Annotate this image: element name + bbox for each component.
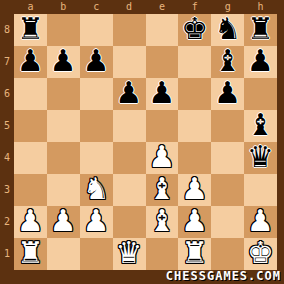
square-e8[interactable] bbox=[146, 14, 179, 46]
square-h8[interactable]: ♜ bbox=[244, 14, 277, 46]
square-g6[interactable]: ♟ bbox=[211, 78, 244, 110]
rank-labels: 87654321 bbox=[0, 14, 14, 270]
black-pawn: ♟ bbox=[214, 78, 241, 108]
square-a2[interactable]: ♟ bbox=[14, 206, 47, 238]
square-c3[interactable]: ♞ bbox=[80, 174, 113, 206]
square-a7[interactable]: ♟ bbox=[14, 46, 47, 78]
file-label-c: c bbox=[80, 0, 113, 14]
black-pawn: ♟ bbox=[116, 78, 143, 108]
black-bishop: ♝ bbox=[247, 110, 274, 140]
square-f4[interactable] bbox=[178, 142, 211, 174]
square-f2[interactable]: ♟ bbox=[178, 206, 211, 238]
rank-label-1: 1 bbox=[0, 238, 14, 270]
site-brand-label: CHESSGAMES.COM bbox=[166, 269, 281, 283]
white-pawn: ♟ bbox=[148, 142, 175, 172]
square-d2[interactable] bbox=[113, 206, 146, 238]
square-c1[interactable] bbox=[80, 238, 113, 270]
white-pawn: ♟ bbox=[50, 206, 77, 236]
square-c7[interactable]: ♟ bbox=[80, 46, 113, 78]
black-pawn: ♟ bbox=[247, 46, 274, 76]
square-b3[interactable] bbox=[47, 174, 80, 206]
square-c4[interactable] bbox=[80, 142, 113, 174]
square-f8[interactable]: ♚ bbox=[178, 14, 211, 46]
square-d4[interactable] bbox=[113, 142, 146, 174]
white-bishop: ♝ bbox=[148, 174, 175, 204]
white-bishop: ♝ bbox=[148, 206, 175, 236]
square-h7[interactable]: ♟ bbox=[244, 46, 277, 78]
square-d5[interactable] bbox=[113, 110, 146, 142]
square-e1[interactable] bbox=[146, 238, 179, 270]
square-h4[interactable]: ♛ bbox=[244, 142, 277, 174]
square-f7[interactable] bbox=[178, 46, 211, 78]
square-g2[interactable] bbox=[211, 206, 244, 238]
black-bishop: ♝ bbox=[214, 46, 241, 76]
black-pawn: ♟ bbox=[83, 46, 110, 76]
white-rook: ♜ bbox=[17, 238, 44, 268]
square-c8[interactable] bbox=[80, 14, 113, 46]
rank-label-5: 5 bbox=[0, 110, 14, 142]
black-queen: ♛ bbox=[247, 142, 274, 172]
square-a1[interactable]: ♜ bbox=[14, 238, 47, 270]
square-e4[interactable]: ♟ bbox=[146, 142, 179, 174]
square-c2[interactable]: ♟ bbox=[80, 206, 113, 238]
rank-label-8: 8 bbox=[0, 14, 14, 46]
black-pawn: ♟ bbox=[50, 46, 77, 76]
white-pawn: ♟ bbox=[181, 174, 208, 204]
square-h5[interactable]: ♝ bbox=[244, 110, 277, 142]
rank-label-7: 7 bbox=[0, 46, 14, 78]
square-h2[interactable]: ♟ bbox=[244, 206, 277, 238]
square-a6[interactable] bbox=[14, 78, 47, 110]
square-b7[interactable]: ♟ bbox=[47, 46, 80, 78]
black-pawn: ♟ bbox=[17, 46, 44, 76]
white-pawn: ♟ bbox=[247, 206, 274, 236]
square-a4[interactable] bbox=[14, 142, 47, 174]
black-king: ♚ bbox=[181, 14, 208, 44]
rank-label-2: 2 bbox=[0, 206, 14, 238]
square-e7[interactable] bbox=[146, 46, 179, 78]
square-f1[interactable]: ♜ bbox=[178, 238, 211, 270]
square-c5[interactable] bbox=[80, 110, 113, 142]
black-rook: ♜ bbox=[247, 14, 274, 44]
square-h1[interactable]: ♚ bbox=[244, 238, 277, 270]
square-h3[interactable] bbox=[244, 174, 277, 206]
square-f6[interactable] bbox=[178, 78, 211, 110]
rank-label-3: 3 bbox=[0, 174, 14, 206]
square-g1[interactable] bbox=[211, 238, 244, 270]
file-label-e: e bbox=[146, 0, 179, 14]
square-b1[interactable] bbox=[47, 238, 80, 270]
square-b8[interactable] bbox=[47, 14, 80, 46]
square-g7[interactable]: ♝ bbox=[211, 46, 244, 78]
square-b5[interactable] bbox=[47, 110, 80, 142]
white-queen: ♛ bbox=[116, 238, 143, 268]
rank-label-6: 6 bbox=[0, 78, 14, 110]
square-d8[interactable] bbox=[113, 14, 146, 46]
square-b4[interactable] bbox=[47, 142, 80, 174]
square-d3[interactable] bbox=[113, 174, 146, 206]
white-knight: ♞ bbox=[83, 174, 110, 204]
square-e6[interactable]: ♟ bbox=[146, 78, 179, 110]
square-c6[interactable] bbox=[80, 78, 113, 110]
square-d6[interactable]: ♟ bbox=[113, 78, 146, 110]
white-king: ♚ bbox=[247, 238, 274, 268]
board: ♜♚♞♜♟♟♟♝♟♟♟♟♝♟♛♞♝♟♟♟♟♝♟♟♜♛♜♚ bbox=[14, 14, 277, 270]
square-f3[interactable]: ♟ bbox=[178, 174, 211, 206]
black-knight: ♞ bbox=[214, 14, 241, 44]
square-a3[interactable] bbox=[14, 174, 47, 206]
square-f5[interactable] bbox=[178, 110, 211, 142]
square-g4[interactable] bbox=[211, 142, 244, 174]
square-g3[interactable] bbox=[211, 174, 244, 206]
square-d7[interactable] bbox=[113, 46, 146, 78]
square-e3[interactable]: ♝ bbox=[146, 174, 179, 206]
white-rook: ♜ bbox=[181, 238, 208, 268]
file-label-d: d bbox=[113, 0, 146, 14]
black-pawn: ♟ bbox=[148, 78, 175, 108]
square-g8[interactable]: ♞ bbox=[211, 14, 244, 46]
square-e2[interactable]: ♝ bbox=[146, 206, 179, 238]
square-b2[interactable]: ♟ bbox=[47, 206, 80, 238]
square-b6[interactable] bbox=[47, 78, 80, 110]
black-rook: ♜ bbox=[17, 14, 44, 44]
square-a5[interactable] bbox=[14, 110, 47, 142]
rank-label-4: 4 bbox=[0, 142, 14, 174]
file-label-b: b bbox=[47, 0, 80, 14]
square-a8[interactable]: ♜ bbox=[14, 14, 47, 46]
square-d1[interactable]: ♛ bbox=[113, 238, 146, 270]
square-h6[interactable] bbox=[244, 78, 277, 110]
white-pawn: ♟ bbox=[181, 206, 208, 236]
square-e5[interactable] bbox=[146, 110, 179, 142]
square-g5[interactable] bbox=[211, 110, 244, 142]
white-pawn: ♟ bbox=[17, 206, 44, 236]
chess-board-frame: abcdefgh 87654321 ♜♚♞♜♟♟♟♝♟♟♟♟♝♟♛♞♝♟♟♟♟♝… bbox=[0, 0, 284, 284]
white-pawn: ♟ bbox=[83, 206, 110, 236]
